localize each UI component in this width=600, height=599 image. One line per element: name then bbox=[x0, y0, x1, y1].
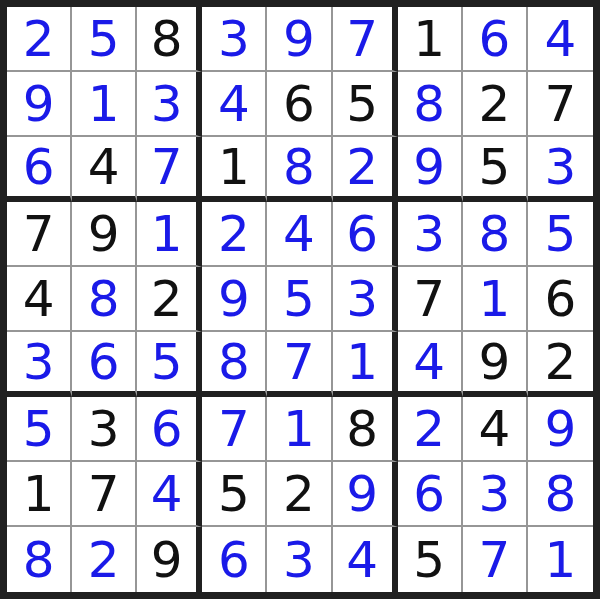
cell-r6c1[interactable]: 3 bbox=[7, 332, 72, 397]
cell-r3c7[interactable]: 9 bbox=[398, 137, 463, 202]
cell-r7c3[interactable]: 6 bbox=[137, 397, 202, 462]
cell-r4c3[interactable]: 1 bbox=[137, 202, 202, 267]
cell-r6c4[interactable]: 8 bbox=[202, 332, 267, 397]
sudoku-page: 2583971649134658276471829537912463854829… bbox=[0, 0, 600, 599]
cell-r8c8[interactable]: 3 bbox=[463, 462, 528, 527]
cell-r8c5[interactable]: 2 bbox=[267, 462, 332, 527]
cell-r9c5[interactable]: 3 bbox=[267, 527, 332, 592]
cell-r9c8[interactable]: 7 bbox=[463, 527, 528, 592]
cell-r2c4[interactable]: 4 bbox=[202, 72, 267, 137]
cell-r4c9[interactable]: 5 bbox=[528, 202, 593, 267]
cell-r3c1[interactable]: 6 bbox=[7, 137, 72, 202]
cell-r6c2[interactable]: 6 bbox=[72, 332, 137, 397]
cell-r4c6[interactable]: 6 bbox=[333, 202, 398, 267]
cell-r7c7[interactable]: 2 bbox=[398, 397, 463, 462]
cell-r7c9[interactable]: 9 bbox=[528, 397, 593, 462]
cell-r6c8[interactable]: 9 bbox=[463, 332, 528, 397]
cell-r6c6[interactable]: 1 bbox=[333, 332, 398, 397]
cell-r2c2[interactable]: 1 bbox=[72, 72, 137, 137]
cell-r1c3[interactable]: 8 bbox=[137, 7, 202, 72]
cell-r9c1[interactable]: 8 bbox=[7, 527, 72, 592]
cell-r7c2[interactable]: 3 bbox=[72, 397, 137, 462]
cell-r1c4[interactable]: 3 bbox=[202, 7, 267, 72]
cell-r9c6[interactable]: 4 bbox=[333, 527, 398, 592]
cell-r5c5[interactable]: 5 bbox=[267, 267, 332, 332]
cell-r5c1[interactable]: 4 bbox=[7, 267, 72, 332]
cell-r4c8[interactable]: 8 bbox=[463, 202, 528, 267]
cell-r5c8[interactable]: 1 bbox=[463, 267, 528, 332]
cell-r8c7[interactable]: 6 bbox=[398, 462, 463, 527]
cell-r4c7[interactable]: 3 bbox=[398, 202, 463, 267]
cell-r5c4[interactable]: 9 bbox=[202, 267, 267, 332]
cell-r5c6[interactable]: 3 bbox=[333, 267, 398, 332]
cell-r8c9[interactable]: 8 bbox=[528, 462, 593, 527]
cell-r7c6[interactable]: 8 bbox=[333, 397, 398, 462]
cell-r9c9[interactable]: 1 bbox=[528, 527, 593, 592]
cell-r1c5[interactable]: 9 bbox=[267, 7, 332, 72]
cell-r8c3[interactable]: 4 bbox=[137, 462, 202, 527]
cell-r9c7[interactable]: 5 bbox=[398, 527, 463, 592]
cell-r8c4[interactable]: 5 bbox=[202, 462, 267, 527]
cell-r6c3[interactable]: 5 bbox=[137, 332, 202, 397]
cell-r4c5[interactable]: 4 bbox=[267, 202, 332, 267]
cell-r5c7[interactable]: 7 bbox=[398, 267, 463, 332]
cell-r7c1[interactable]: 5 bbox=[7, 397, 72, 462]
cell-r8c1[interactable]: 1 bbox=[7, 462, 72, 527]
cell-r3c6[interactable]: 2 bbox=[333, 137, 398, 202]
cell-r9c2[interactable]: 2 bbox=[72, 527, 137, 592]
cell-r3c2[interactable]: 4 bbox=[72, 137, 137, 202]
cell-r4c1[interactable]: 7 bbox=[7, 202, 72, 267]
cell-r2c1[interactable]: 9 bbox=[7, 72, 72, 137]
cell-r6c5[interactable]: 7 bbox=[267, 332, 332, 397]
cell-r1c6[interactable]: 7 bbox=[333, 7, 398, 72]
cell-r1c1[interactable]: 2 bbox=[7, 7, 72, 72]
cell-r1c9[interactable]: 4 bbox=[528, 7, 593, 72]
cell-r2c5[interactable]: 6 bbox=[267, 72, 332, 137]
cell-r6c7[interactable]: 4 bbox=[398, 332, 463, 397]
cell-r2c7[interactable]: 8 bbox=[398, 72, 463, 137]
cell-r3c5[interactable]: 8 bbox=[267, 137, 332, 202]
cell-r2c3[interactable]: 3 bbox=[137, 72, 202, 137]
cell-r3c3[interactable]: 7 bbox=[137, 137, 202, 202]
cell-r9c3[interactable]: 9 bbox=[137, 527, 202, 592]
cell-r2c6[interactable]: 5 bbox=[333, 72, 398, 137]
cell-r7c8[interactable]: 4 bbox=[463, 397, 528, 462]
cell-r4c2[interactable]: 9 bbox=[72, 202, 137, 267]
cell-r2c8[interactable]: 2 bbox=[463, 72, 528, 137]
cell-r3c9[interactable]: 3 bbox=[528, 137, 593, 202]
cell-r3c4[interactable]: 1 bbox=[202, 137, 267, 202]
cell-r6c9[interactable]: 2 bbox=[528, 332, 593, 397]
cell-r1c8[interactable]: 6 bbox=[463, 7, 528, 72]
cell-r4c4[interactable]: 2 bbox=[202, 202, 267, 267]
cell-r1c7[interactable]: 1 bbox=[398, 7, 463, 72]
cell-r1c2[interactable]: 5 bbox=[72, 7, 137, 72]
cell-r8c2[interactable]: 7 bbox=[72, 462, 137, 527]
cell-r8c6[interactable]: 9 bbox=[333, 462, 398, 527]
cell-r5c9[interactable]: 6 bbox=[528, 267, 593, 332]
sudoku-board: 2583971649134658276471829537912463854829… bbox=[0, 0, 600, 599]
cell-r9c4[interactable]: 6 bbox=[202, 527, 267, 592]
cell-r5c2[interactable]: 8 bbox=[72, 267, 137, 332]
cell-r7c5[interactable]: 1 bbox=[267, 397, 332, 462]
cell-r5c3[interactable]: 2 bbox=[137, 267, 202, 332]
cell-r2c9[interactable]: 7 bbox=[528, 72, 593, 137]
cell-r7c4[interactable]: 7 bbox=[202, 397, 267, 462]
cell-r3c8[interactable]: 5 bbox=[463, 137, 528, 202]
